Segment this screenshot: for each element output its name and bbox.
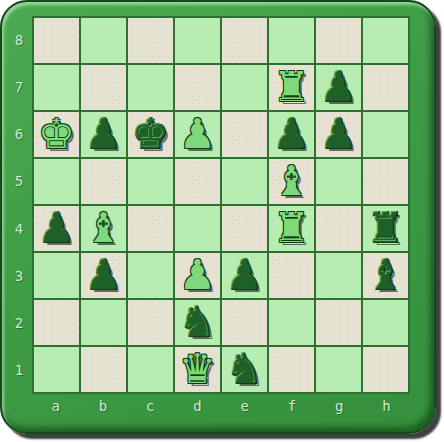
rank-label-6: 6: [6, 111, 32, 158]
square-d5[interactable]: [175, 159, 220, 204]
square-g6[interactable]: ♟: [316, 112, 361, 157]
square-a6[interactable]: ♚: [34, 112, 79, 157]
square-f2[interactable]: [269, 300, 314, 345]
piece-black-pawn-g6[interactable]: ♟: [320, 112, 357, 157]
square-f3[interactable]: [269, 253, 314, 298]
piece-white-pawn-d6[interactable]: ♟: [179, 112, 216, 157]
square-b5[interactable]: [81, 159, 126, 204]
piece-white-bishop-b4[interactable]: ♝: [85, 206, 122, 251]
piece-white-rook-f7[interactable]: ♜: [273, 65, 310, 110]
square-c1[interactable]: [128, 347, 173, 392]
square-e1[interactable]: ♞: [222, 347, 267, 392]
square-g7[interactable]: ♟: [316, 65, 361, 110]
square-e8[interactable]: [222, 18, 267, 63]
square-h2[interactable]: [363, 300, 408, 345]
piece-black-pawn-b3[interactable]: ♟: [85, 253, 122, 298]
file-label-c: c: [127, 393, 174, 419]
square-d2[interactable]: ♞: [175, 300, 220, 345]
square-h6[interactable]: [363, 112, 408, 157]
square-g1[interactable]: [316, 347, 361, 392]
square-c8[interactable]: [128, 18, 173, 63]
rank-label-8: 8: [6, 16, 32, 63]
piece-black-pawn-g7[interactable]: ♟: [320, 65, 357, 110]
square-d3[interactable]: ♟: [175, 253, 220, 298]
square-f1[interactable]: [269, 347, 314, 392]
square-a7[interactable]: [34, 65, 79, 110]
square-d8[interactable]: [175, 18, 220, 63]
square-f6[interactable]: ♟: [269, 112, 314, 157]
square-b1[interactable]: [81, 347, 126, 392]
rank-label-1: 1: [6, 347, 32, 394]
square-h4[interactable]: ♜: [363, 206, 408, 251]
file-label-b: b: [79, 393, 126, 419]
piece-white-king-a6[interactable]: ♚: [38, 112, 75, 157]
square-f4[interactable]: ♜: [269, 206, 314, 251]
square-g3[interactable]: [316, 253, 361, 298]
square-g4[interactable]: [316, 206, 361, 251]
square-h8[interactable]: [363, 18, 408, 63]
piece-white-rook-f4[interactable]: ♜: [273, 206, 310, 251]
board-grid: ♜♟♚♟♚♟♟♟♝♟♝♜♜♟♟♟♝♞♛♞: [32, 16, 410, 394]
square-e5[interactable]: [222, 159, 267, 204]
square-g5[interactable]: [316, 159, 361, 204]
square-d6[interactable]: ♟: [175, 112, 220, 157]
square-b2[interactable]: [81, 300, 126, 345]
square-d1[interactable]: ♛: [175, 347, 220, 392]
square-b7[interactable]: [81, 65, 126, 110]
piece-black-pawn-e3[interactable]: ♟: [226, 253, 263, 298]
square-e2[interactable]: [222, 300, 267, 345]
square-e4[interactable]: [222, 206, 267, 251]
square-f8[interactable]: [269, 18, 314, 63]
square-d4[interactable]: [175, 206, 220, 251]
file-label-h: h: [363, 393, 410, 419]
rank-label-3: 3: [6, 252, 32, 299]
piece-black-knight-e1[interactable]: ♞: [226, 347, 263, 392]
piece-white-queen-d1[interactable]: ♛: [179, 347, 216, 392]
piece-white-pawn-d3[interactable]: ♟: [179, 253, 216, 298]
square-a3[interactable]: [34, 253, 79, 298]
square-b8[interactable]: [81, 18, 126, 63]
square-a4[interactable]: ♟: [34, 206, 79, 251]
square-c6[interactable]: ♚: [128, 112, 173, 157]
piece-black-king-c6[interactable]: ♚: [132, 112, 169, 157]
square-d7[interactable]: [175, 65, 220, 110]
chessboard-app: 87654321 ♜♟♚♟♚♟♟♟♝♟♝♜♜♟♟♟♝♞♛♞ abcdefgh: [0, 0, 444, 442]
file-labels: abcdefgh: [32, 393, 410, 419]
square-c4[interactable]: [128, 206, 173, 251]
rank-labels: 87654321: [6, 16, 32, 394]
square-f7[interactable]: ♜: [269, 65, 314, 110]
square-g2[interactable]: [316, 300, 361, 345]
square-b4[interactable]: ♝: [81, 206, 126, 251]
square-c5[interactable]: [128, 159, 173, 204]
square-g8[interactable]: [316, 18, 361, 63]
square-e3[interactable]: ♟: [222, 253, 267, 298]
rank-label-2: 2: [6, 300, 32, 347]
square-h3[interactable]: ♝: [363, 253, 408, 298]
square-b6[interactable]: ♟: [81, 112, 126, 157]
square-e6[interactable]: [222, 112, 267, 157]
square-b3[interactable]: ♟: [81, 253, 126, 298]
square-c2[interactable]: [128, 300, 173, 345]
rank-label-5: 5: [6, 158, 32, 205]
square-a1[interactable]: [34, 347, 79, 392]
file-label-e: e: [221, 393, 268, 419]
square-a5[interactable]: [34, 159, 79, 204]
piece-black-knight-d2[interactable]: ♞: [179, 300, 216, 345]
square-a8[interactable]: [34, 18, 79, 63]
file-label-f: f: [268, 393, 315, 419]
square-c3[interactable]: [128, 253, 173, 298]
square-e7[interactable]: [222, 65, 267, 110]
square-h5[interactable]: [363, 159, 408, 204]
rank-label-7: 7: [6, 63, 32, 110]
rank-label-4: 4: [6, 205, 32, 252]
piece-white-bishop-f5[interactable]: ♝: [273, 159, 310, 204]
file-label-a: a: [32, 393, 79, 419]
file-label-d: d: [174, 393, 221, 419]
piece-black-pawn-f6[interactable]: ♟: [273, 112, 310, 157]
square-a2[interactable]: [34, 300, 79, 345]
square-h7[interactable]: [363, 65, 408, 110]
piece-black-pawn-b6[interactable]: ♟: [85, 112, 122, 157]
square-f5[interactable]: ♝: [269, 159, 314, 204]
piece-black-pawn-a4[interactable]: ♟: [38, 206, 75, 251]
square-c7[interactable]: [128, 65, 173, 110]
piece-black-rook-h4[interactable]: ♜: [367, 206, 404, 251]
file-label-g: g: [316, 393, 363, 419]
piece-black-bishop-h3[interactable]: ♝: [367, 253, 404, 298]
square-h1[interactable]: [363, 347, 408, 392]
